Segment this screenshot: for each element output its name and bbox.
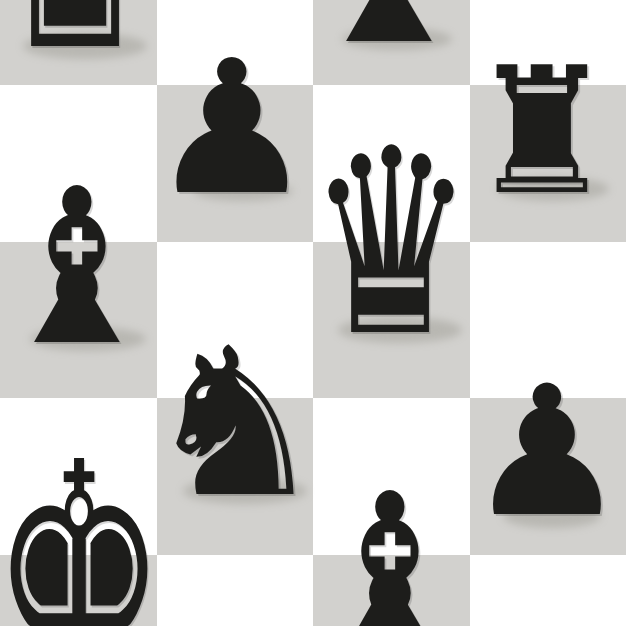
piece-black-rook[interactable]: ♜	[470, 44, 614, 219]
piece-black-pawn[interactable]: ♟	[466, 362, 626, 542]
piece-black-queen[interactable]: ♛	[308, 115, 474, 372]
piece-black-king-wrapped[interactable]: ♚	[0, 0, 163, 95]
piece-black-bishop[interactable]: ♝	[0, 160, 159, 375]
square-r4c1[interactable]	[157, 555, 314, 626]
square-r4c3[interactable]	[470, 555, 626, 626]
piece-black-bishop[interactable]: ♝	[308, 465, 472, 626]
chess-pattern-illustration: ♟ ♜ ♝ ♛ ♞ ♟ ♚ ♝ ♚ ♝	[0, 0, 626, 626]
piece-black-bishop-wrapped[interactable]: ♝	[307, 0, 471, 74]
piece-black-knight[interactable]: ♞	[143, 321, 327, 526]
piece-black-pawn[interactable]: ♟	[149, 36, 315, 221]
piece-black-king[interactable]: ♚	[0, 422, 167, 626]
